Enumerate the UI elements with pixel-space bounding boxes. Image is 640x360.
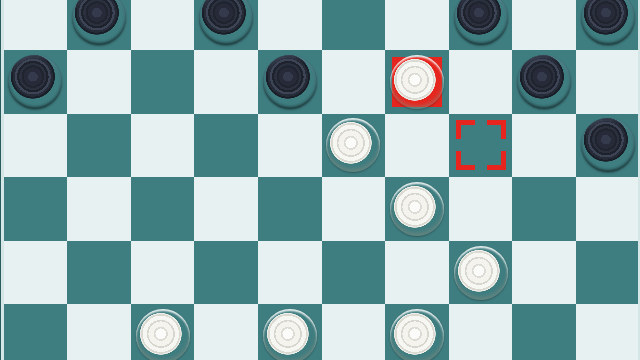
square-r1c7 [449, 50, 513, 114]
target-corner-br [487, 151, 506, 170]
square-r3c2[interactable] [131, 177, 195, 241]
black-piece-r0c7[interactable] [454, 0, 508, 45]
square-r5c5 [322, 304, 386, 360]
square-r1c6[interactable] [385, 50, 449, 114]
square-r3c0[interactable] [4, 177, 68, 241]
white-piece-r5c6[interactable] [390, 309, 444, 360]
target-corner-tr [487, 120, 506, 139]
square-r2c9[interactable] [576, 114, 640, 178]
square-r4c2 [131, 241, 195, 305]
square-r5c9 [576, 304, 640, 360]
square-r1c2[interactable] [131, 50, 195, 114]
square-r2c3[interactable] [194, 114, 258, 178]
square-r4c8 [512, 241, 576, 305]
square-r0c9[interactable] [576, 0, 640, 50]
square-r0c0 [4, 0, 68, 50]
black-piece-r0c1[interactable] [72, 0, 126, 45]
square-r4c4 [258, 241, 322, 305]
black-piece-r0c9[interactable] [581, 0, 635, 45]
black-piece-r0c3[interactable] [199, 0, 253, 45]
board-left-edge [0, 0, 4, 360]
square-r2c7[interactable] [449, 114, 513, 178]
checkers-board [4, 0, 640, 360]
square-r5c0[interactable] [4, 304, 68, 360]
white-piece-r3c6[interactable] [390, 182, 444, 236]
square-r5c1 [67, 304, 131, 360]
square-r3c7 [449, 177, 513, 241]
square-r4c7[interactable] [449, 241, 513, 305]
square-r3c9 [576, 177, 640, 241]
square-r3c5 [322, 177, 386, 241]
square-r1c4[interactable] [258, 50, 322, 114]
square-r4c6 [385, 241, 449, 305]
white-piece-r5c2[interactable] [136, 309, 190, 360]
square-r3c3 [194, 177, 258, 241]
target-corner-bl [456, 151, 475, 170]
square-r2c6 [385, 114, 449, 178]
square-r0c8 [512, 0, 576, 50]
square-r3c1 [67, 177, 131, 241]
square-r5c8[interactable] [512, 304, 576, 360]
square-r2c5[interactable] [322, 114, 386, 178]
square-r2c8 [512, 114, 576, 178]
square-r0c1[interactable] [67, 0, 131, 50]
white-piece-r2c5[interactable] [326, 118, 380, 172]
square-r4c3[interactable] [194, 241, 258, 305]
white-piece-r4c7[interactable] [454, 246, 508, 300]
target-corner-tl [456, 120, 475, 139]
square-r5c2[interactable] [131, 304, 195, 360]
square-r2c2 [131, 114, 195, 178]
square-r1c1 [67, 50, 131, 114]
move-target-marker[interactable] [456, 120, 506, 170]
square-r2c1[interactable] [67, 114, 131, 178]
square-r4c5[interactable] [322, 241, 386, 305]
black-piece-r1c8[interactable] [517, 55, 571, 109]
square-r4c0 [4, 241, 68, 305]
square-r5c7 [449, 304, 513, 360]
square-r1c8[interactable] [512, 50, 576, 114]
square-r5c4[interactable] [258, 304, 322, 360]
black-piece-r1c4[interactable] [263, 55, 317, 109]
square-r0c7[interactable] [449, 0, 513, 50]
square-r5c3 [194, 304, 258, 360]
square-r5c6[interactable] [385, 304, 449, 360]
square-r1c3 [194, 50, 258, 114]
square-r1c9 [576, 50, 640, 114]
square-r3c6[interactable] [385, 177, 449, 241]
square-r0c6 [385, 0, 449, 50]
checkers-game-viewport [0, 0, 640, 360]
square-r0c2 [131, 0, 195, 50]
square-r2c0 [4, 114, 68, 178]
white-piece-r5c4[interactable] [263, 309, 317, 360]
square-r4c1[interactable] [67, 241, 131, 305]
square-r0c3[interactable] [194, 0, 258, 50]
square-r3c8[interactable] [512, 177, 576, 241]
white-piece-r1c6[interactable] [390, 55, 444, 109]
square-r1c0[interactable] [4, 50, 68, 114]
black-piece-r2c9[interactable] [581, 118, 635, 172]
square-r4c9[interactable] [576, 241, 640, 305]
square-r1c5 [322, 50, 386, 114]
square-r3c4[interactable] [258, 177, 322, 241]
square-r0c4 [258, 0, 322, 50]
square-r2c4 [258, 114, 322, 178]
black-piece-r1c0[interactable] [8, 55, 62, 109]
square-r0c5[interactable] [322, 0, 386, 50]
